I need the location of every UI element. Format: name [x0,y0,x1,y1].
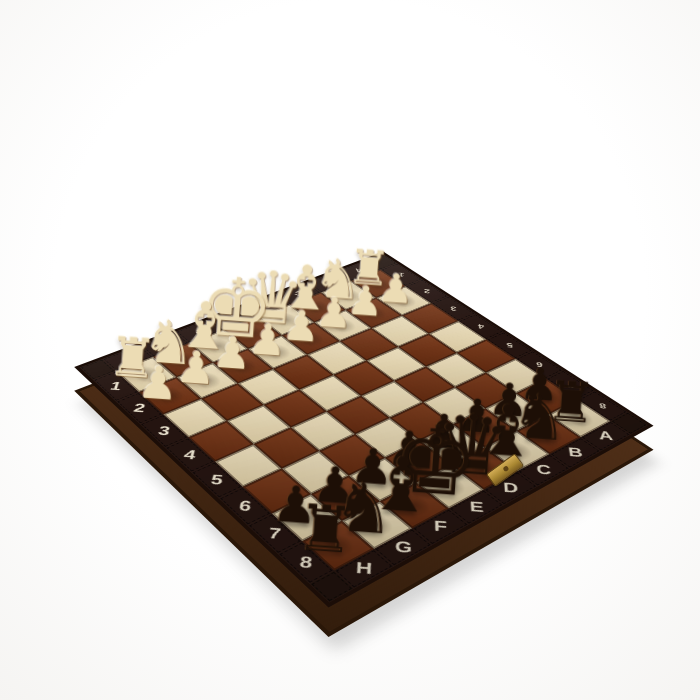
coordinate-label-rank: 5 [506,341,513,349]
piece-white-pawn[interactable]: ♟ [136,359,180,407]
coordinate-label-file: B [325,278,333,285]
coordinate-label-rank: 3 [450,305,456,312]
coordinate-label-rank: 1 [398,271,404,278]
coordinate-label-rank: 6 [536,360,543,368]
coordinate-label-file: D [262,302,271,309]
coordinate-label-file: A [355,267,363,274]
coordinate-label-rank: 2 [424,288,430,295]
coordinate-label-file: E [229,314,238,322]
photo-scene: 12345678AABBCCDDEEFFGGHH12345678 ♜♞♝♛♚♝♞… [0,0,700,700]
chess-board: 12345678AABBCCDDEEFFGGHH12345678 ♜♞♝♛♚♝♞… [74,252,653,608]
piece-black-rook[interactable]: ♜ [294,496,356,564]
coordinate-label-file: C [294,290,303,297]
coordinate-label-rank: 8 [598,401,606,410]
piece-white-pawn[interactable]: ♟ [175,345,218,392]
coordinate-label-rank: 4 [478,323,485,330]
